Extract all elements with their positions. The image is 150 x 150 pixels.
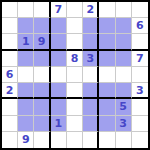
cell-r2c1[interactable] (2, 18, 18, 34)
cell-r5c2[interactable] (18, 67, 34, 83)
cell-r4c4[interactable] (51, 51, 67, 67)
cell-r9c4[interactable] (51, 132, 67, 148)
cell-r3c6[interactable] (83, 34, 99, 50)
cell-r5c3[interactable] (34, 67, 50, 83)
cell-r3c7[interactable] (99, 34, 115, 50)
cell-r6c9[interactable]: 3 (132, 83, 148, 99)
cell-r5c1[interactable]: 6 (2, 67, 18, 83)
cell-r8c1[interactable] (2, 116, 18, 132)
cell-r3c9[interactable] (132, 34, 148, 50)
cell-r4c2[interactable] (18, 51, 34, 67)
cell-r1c8[interactable] (116, 2, 132, 18)
cell-r2c7[interactable] (99, 18, 115, 34)
cell-r8c9[interactable] (132, 116, 148, 132)
cell-r6c5[interactable] (67, 83, 83, 99)
cell-r1c7[interactable] (99, 2, 115, 18)
cell-r2c3[interactable] (34, 18, 50, 34)
cell-r5c5[interactable] (67, 67, 83, 83)
cell-r2c6[interactable] (83, 18, 99, 34)
cell-r7c5[interactable] (67, 99, 83, 115)
cell-r2c4[interactable] (51, 18, 67, 34)
cell-r6c8[interactable] (116, 83, 132, 99)
cell-r8c4[interactable]: 1 (51, 116, 67, 132)
cell-r3c2[interactable]: 1 (18, 34, 34, 50)
cell-r7c8[interactable]: 5 (116, 99, 132, 115)
cell-r4c5[interactable]: 8 (67, 51, 83, 67)
cell-r7c9[interactable] (132, 99, 148, 115)
cell-r1c1[interactable] (2, 2, 18, 18)
cell-r3c1[interactable] (2, 34, 18, 50)
cell-r3c5[interactable] (67, 34, 83, 50)
cell-r9c7[interactable] (99, 132, 115, 148)
cell-r6c1[interactable]: 2 (2, 83, 18, 99)
cell-r7c1[interactable] (2, 99, 18, 115)
cell-r9c9[interactable] (132, 132, 148, 148)
cell-r3c8[interactable] (116, 34, 132, 50)
cell-r1c4[interactable]: 7 (51, 2, 67, 18)
cell-r7c6[interactable] (83, 99, 99, 115)
cell-r4c8[interactable] (116, 51, 132, 67)
cell-r1c6[interactable]: 2 (83, 2, 99, 18)
cell-r8c3[interactable] (34, 116, 50, 132)
sudoku-board: 726198376235139 (0, 0, 150, 150)
cell-r1c3[interactable] (34, 2, 50, 18)
cell-r2c9[interactable]: 6 (132, 18, 148, 34)
cell-r2c8[interactable] (116, 18, 132, 34)
cell-r8c2[interactable] (18, 116, 34, 132)
cell-r9c3[interactable] (34, 132, 50, 148)
cell-r2c2[interactable] (18, 18, 34, 34)
cell-r9c1[interactable] (2, 132, 18, 148)
cell-r3c3[interactable]: 9 (34, 34, 50, 50)
cell-r5c6[interactable] (83, 67, 99, 83)
cell-r9c2[interactable]: 9 (18, 132, 34, 148)
cell-r4c9[interactable]: 7 (132, 51, 148, 67)
cell-r5c8[interactable] (116, 67, 132, 83)
cell-r9c6[interactable] (83, 132, 99, 148)
cell-r2c5[interactable] (67, 18, 83, 34)
cell-r7c7[interactable] (99, 99, 115, 115)
cell-r8c7[interactable] (99, 116, 115, 132)
cell-r8c5[interactable] (67, 116, 83, 132)
cell-r5c9[interactable] (132, 67, 148, 83)
cell-r4c6[interactable]: 3 (83, 51, 99, 67)
cell-r1c5[interactable] (67, 2, 83, 18)
cell-r6c4[interactable] (51, 83, 67, 99)
cell-r1c9[interactable] (132, 2, 148, 18)
cell-r5c4[interactable] (51, 67, 67, 83)
cell-r9c5[interactable] (67, 132, 83, 148)
cell-r6c7[interactable] (99, 83, 115, 99)
cell-r4c1[interactable] (2, 51, 18, 67)
cell-r3c4[interactable] (51, 34, 67, 50)
cell-r5c7[interactable] (99, 67, 115, 83)
cell-r6c2[interactable] (18, 83, 34, 99)
cell-r8c8[interactable]: 3 (116, 116, 132, 132)
cell-r8c6[interactable] (83, 116, 99, 132)
cell-r4c3[interactable] (34, 51, 50, 67)
cell-r9c8[interactable] (116, 132, 132, 148)
cell-r7c3[interactable] (34, 99, 50, 115)
cell-r6c6[interactable] (83, 83, 99, 99)
cell-r6c3[interactable] (34, 83, 50, 99)
cell-r7c4[interactable] (51, 99, 67, 115)
cell-r4c7[interactable] (99, 51, 115, 67)
cell-r7c2[interactable] (18, 99, 34, 115)
cell-r1c2[interactable] (18, 2, 34, 18)
